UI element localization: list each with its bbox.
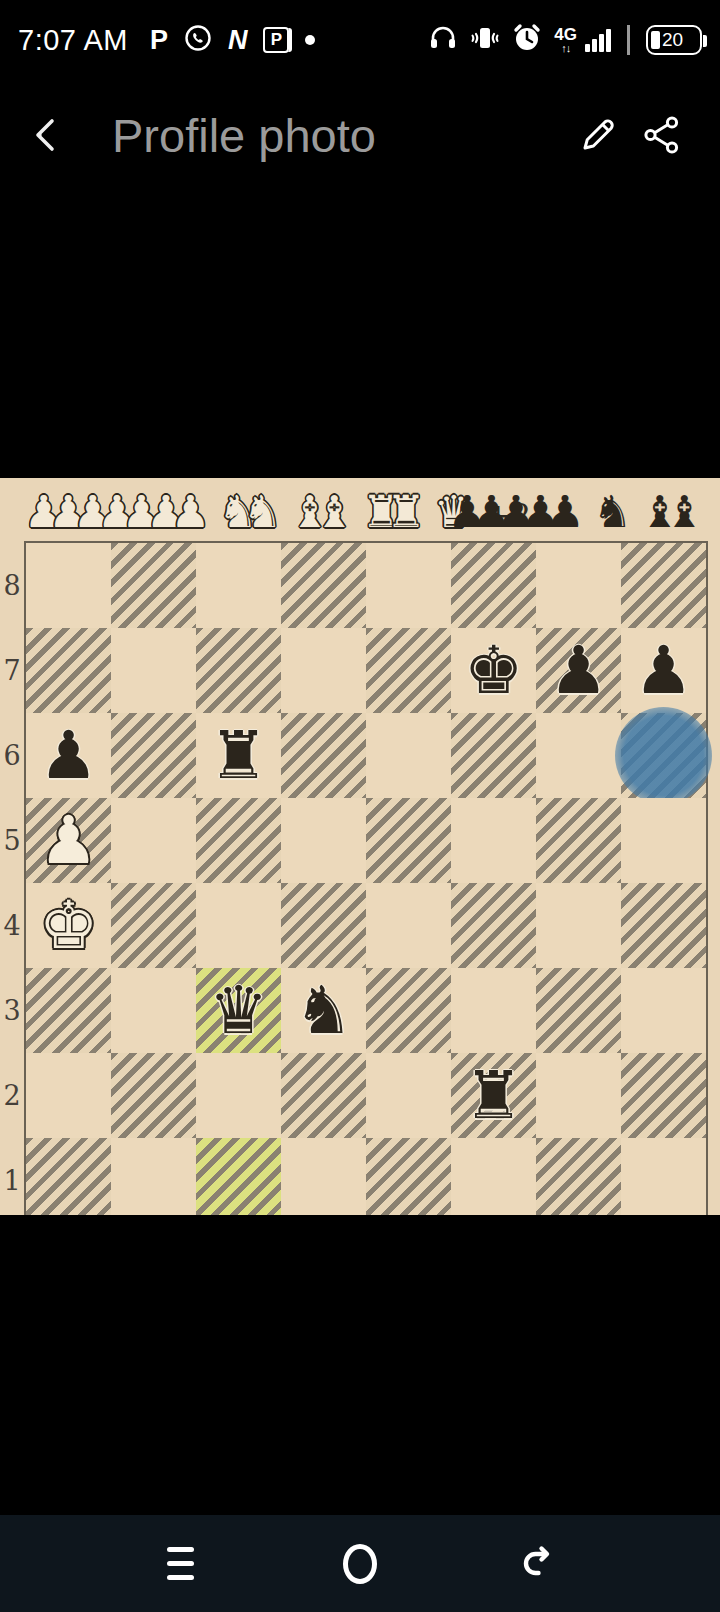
square-b8 xyxy=(111,543,196,628)
headphones-icon xyxy=(428,23,458,57)
square-f8 xyxy=(451,543,536,628)
square-a3 xyxy=(26,968,111,1053)
return-arrow-icon xyxy=(518,1542,562,1586)
black-king: ♚ xyxy=(451,628,536,713)
square-b1 xyxy=(111,1138,196,1215)
square-a5: ♟ xyxy=(26,798,111,883)
captured-group: ♞ xyxy=(593,484,632,540)
square-f5 xyxy=(451,798,536,883)
rank-label-3: 3 xyxy=(0,968,24,1053)
square-a7 xyxy=(26,628,111,713)
black-pawn: ♟ xyxy=(26,713,111,798)
square-g2 xyxy=(536,1053,621,1138)
captured-group: ♞♞ xyxy=(218,484,282,540)
square-b4 xyxy=(111,883,196,968)
clock-time: 7:07 AM xyxy=(18,24,128,57)
square-a4: ♚ xyxy=(26,883,111,968)
square-f7: ♚ xyxy=(451,628,536,713)
captured-piece: ♟ xyxy=(171,484,210,540)
captured-group: ♝♝ xyxy=(640,484,704,540)
square-g3 xyxy=(536,968,621,1053)
system-icons: 4G ↑↓ 20 xyxy=(428,23,702,57)
square-c6: ♜ xyxy=(196,713,281,798)
captured-group: ♟♟♟♟♟♟♟ xyxy=(24,484,210,540)
signal-bars-icon xyxy=(585,29,611,52)
app-header: Profile photo xyxy=(0,85,720,185)
square-g6 xyxy=(536,713,621,798)
white-pawn: ♟ xyxy=(26,798,111,883)
square-f3 xyxy=(451,968,536,1053)
rank-label-1: 1 xyxy=(0,1138,24,1215)
chess-board: ♚♟♟♟♜♟♚♛♞♜ xyxy=(24,541,708,1215)
square-e1 xyxy=(366,1138,451,1215)
square-d4 xyxy=(281,883,366,968)
back-button[interactable] xyxy=(26,107,82,163)
alarm-clock-icon xyxy=(512,23,542,57)
rank-label-5: 5 xyxy=(0,798,24,883)
menu-button[interactable] xyxy=(145,1529,215,1599)
more-notifications-icon xyxy=(305,35,315,45)
black-queen: ♛ xyxy=(196,968,281,1053)
square-g4 xyxy=(536,883,621,968)
captured-piece: ♝ xyxy=(315,484,354,540)
square-d8 xyxy=(281,543,366,628)
network-type: 4G ↑↓ xyxy=(554,26,577,54)
square-e8 xyxy=(366,543,451,628)
square-b2 xyxy=(111,1053,196,1138)
black-pawn: ♟ xyxy=(536,628,621,713)
status-bar: 7:07 AM P N P 4G ↑↓ 20 xyxy=(0,0,720,80)
square-h8 xyxy=(621,543,706,628)
hint-circle xyxy=(615,707,712,804)
square-e2 xyxy=(366,1053,451,1138)
square-b6 xyxy=(111,713,196,798)
captured-piece: ♞ xyxy=(243,484,282,540)
square-h1 xyxy=(621,1138,706,1215)
status-divider xyxy=(627,25,630,55)
battery-percent: 20 xyxy=(662,29,683,51)
captured-piece: ♟ xyxy=(545,484,584,540)
square-c7 xyxy=(196,628,281,713)
square-d6 xyxy=(281,713,366,798)
square-d5 xyxy=(281,798,366,883)
vibrate-icon xyxy=(470,23,500,57)
square-g7: ♟ xyxy=(536,628,621,713)
square-c4 xyxy=(196,883,281,968)
android-nav-bar xyxy=(0,1515,720,1612)
square-c8 xyxy=(196,543,281,628)
square-h3 xyxy=(621,968,706,1053)
black-knight: ♞ xyxy=(281,968,366,1053)
square-c5 xyxy=(196,798,281,883)
captured-black-tray: ♟♟♟♟♟♞♝♝ xyxy=(447,482,704,540)
square-e3 xyxy=(366,968,451,1053)
page-title: Profile photo xyxy=(112,108,566,163)
rank-labels: 87654321 xyxy=(0,543,24,1215)
square-g5 xyxy=(536,798,621,883)
square-d7 xyxy=(281,628,366,713)
captured-piece: ♞ xyxy=(593,484,632,540)
square-b5 xyxy=(111,798,196,883)
black-rook: ♜ xyxy=(196,713,281,798)
square-d1 xyxy=(281,1138,366,1215)
square-a2 xyxy=(26,1053,111,1138)
square-h2 xyxy=(621,1053,706,1138)
share-button[interactable] xyxy=(630,103,694,167)
rank-label-2: 2 xyxy=(0,1053,24,1138)
rank-label-7: 7 xyxy=(0,628,24,713)
notification-icons: P N P xyxy=(150,24,316,56)
square-g8 xyxy=(536,543,621,628)
whatsapp-icon xyxy=(184,24,212,56)
home-button[interactable] xyxy=(325,1529,395,1599)
square-b7 xyxy=(111,628,196,713)
captured-group: ♜♜ xyxy=(362,484,426,540)
square-a6: ♟ xyxy=(26,713,111,798)
square-e4 xyxy=(366,883,451,968)
edit-button[interactable] xyxy=(566,103,630,167)
square-c3: ♛ xyxy=(196,968,281,1053)
captured-group: ♟♟♟♟♟ xyxy=(447,484,584,540)
square-e5 xyxy=(366,798,451,883)
square-h7: ♟ xyxy=(621,628,706,713)
black-pawn: ♟ xyxy=(621,628,706,713)
square-b3 xyxy=(111,968,196,1053)
back-nav-button[interactable] xyxy=(505,1529,575,1599)
rank-label-4: 4 xyxy=(0,883,24,968)
square-f1 xyxy=(451,1138,536,1215)
square-e7 xyxy=(366,628,451,713)
powerpoint-icon: P xyxy=(263,27,289,53)
square-f6 xyxy=(451,713,536,798)
menu-icon xyxy=(167,1547,194,1580)
rank-label-6: 6 xyxy=(0,713,24,798)
white-king: ♚ xyxy=(26,883,111,968)
rank-label-8: 8 xyxy=(0,543,24,628)
square-c2 xyxy=(196,1053,281,1138)
square-c1 xyxy=(196,1138,281,1215)
square-h5 xyxy=(621,798,706,883)
square-h4 xyxy=(621,883,706,968)
battery-icon: 20 xyxy=(646,25,702,55)
square-a8 xyxy=(26,543,111,628)
captured-group: ♝♝ xyxy=(290,484,354,540)
profile-photo-chess-diagram[interactable]: ♟♟♟♟♟♟♟♞♞♝♝♜♜♛+24 ♟♟♟♟♟♞♝♝ 87654321 ♚♟♟♟… xyxy=(0,478,720,1215)
square-d3: ♞ xyxy=(281,968,366,1053)
captured-piece: ♜ xyxy=(386,484,425,540)
captured-piece: ♝ xyxy=(665,484,704,540)
square-g1 xyxy=(536,1138,621,1215)
p-app-icon: P xyxy=(150,25,168,56)
netflix-icon: N xyxy=(228,25,248,56)
square-e6 xyxy=(366,713,451,798)
square-f2: ♜ xyxy=(451,1053,536,1138)
square-a1 xyxy=(26,1138,111,1215)
square-h6 xyxy=(621,713,706,798)
square-d2 xyxy=(281,1053,366,1138)
black-rook: ♜ xyxy=(451,1053,536,1138)
home-circle-icon xyxy=(343,1544,377,1584)
square-f4 xyxy=(451,883,536,968)
